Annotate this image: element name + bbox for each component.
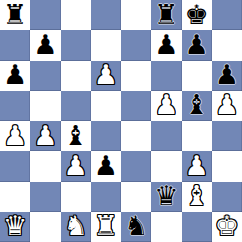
square-e2[interactable] xyxy=(121,182,151,212)
square-g3[interactable]: ♟ xyxy=(182,151,212,181)
white-pawn[interactable]: ♟ xyxy=(64,152,88,179)
square-a2[interactable] xyxy=(0,182,30,212)
black-pawn[interactable]: ♟ xyxy=(215,61,239,88)
square-e4[interactable] xyxy=(121,121,151,151)
square-e7[interactable] xyxy=(121,30,151,60)
square-d1[interactable]: ♜ xyxy=(91,212,121,242)
square-f5[interactable]: ♟ xyxy=(151,91,181,121)
white-pawn[interactable]: ♟ xyxy=(33,122,57,149)
square-h7[interactable] xyxy=(212,30,242,60)
square-b3[interactable] xyxy=(30,151,60,181)
square-e1[interactable]: ♞ xyxy=(121,212,151,242)
black-pawn[interactable]: ♟ xyxy=(33,31,57,58)
square-a8[interactable]: ♜ xyxy=(0,0,30,30)
square-d7[interactable] xyxy=(91,30,121,60)
square-g8[interactable]: ♚ xyxy=(182,0,212,30)
square-a1[interactable]: ♛ xyxy=(0,212,30,242)
square-a7[interactable] xyxy=(0,30,30,60)
square-e6[interactable] xyxy=(121,61,151,91)
black-pawn[interactable]: ♟ xyxy=(94,152,118,179)
square-h2[interactable] xyxy=(212,182,242,212)
square-a6[interactable]: ♟ xyxy=(0,61,30,91)
square-b4[interactable]: ♟ xyxy=(30,121,60,151)
chess-board: ♜♜♚♟♟♟♟♟♟♟♝♟♟♟♝♟♟♟♛♝♛♞♜♞♚ xyxy=(0,0,242,242)
black-pawn[interactable]: ♟ xyxy=(154,31,178,58)
square-e8[interactable] xyxy=(121,0,151,30)
square-a5[interactable] xyxy=(0,91,30,121)
square-b6[interactable] xyxy=(30,61,60,91)
square-a3[interactable] xyxy=(0,151,30,181)
square-d4[interactable] xyxy=(91,121,121,151)
black-knight[interactable]: ♞ xyxy=(124,212,148,239)
square-e3[interactable] xyxy=(121,151,151,181)
square-b7[interactable]: ♟ xyxy=(30,30,60,60)
square-f1[interactable] xyxy=(151,212,181,242)
square-h1[interactable]: ♚ xyxy=(212,212,242,242)
square-c1[interactable]: ♞ xyxy=(61,212,91,242)
square-f4[interactable] xyxy=(151,121,181,151)
white-pawn[interactable]: ♟ xyxy=(94,61,118,88)
square-c7[interactable] xyxy=(61,30,91,60)
square-b1[interactable] xyxy=(30,212,60,242)
square-f8[interactable]: ♜ xyxy=(151,0,181,30)
white-knight[interactable]: ♞ xyxy=(64,212,88,239)
black-pawn[interactable]: ♟ xyxy=(185,31,209,58)
square-h8[interactable] xyxy=(212,0,242,30)
white-pawn[interactable]: ♟ xyxy=(154,91,178,118)
square-h3[interactable] xyxy=(212,151,242,181)
square-g4[interactable] xyxy=(182,121,212,151)
square-e5[interactable] xyxy=(121,91,151,121)
square-d6[interactable]: ♟ xyxy=(91,61,121,91)
white-pawn[interactable]: ♟ xyxy=(3,122,27,149)
black-pawn[interactable]: ♟ xyxy=(3,61,27,88)
square-d2[interactable] xyxy=(91,182,121,212)
square-c8[interactable] xyxy=(61,0,91,30)
square-g1[interactable] xyxy=(182,212,212,242)
square-f6[interactable] xyxy=(151,61,181,91)
black-queen[interactable]: ♛ xyxy=(154,182,178,209)
white-queen[interactable]: ♛ xyxy=(3,212,27,239)
square-c2[interactable] xyxy=(61,182,91,212)
square-h4[interactable] xyxy=(212,121,242,151)
black-rook[interactable]: ♜ xyxy=(3,1,27,28)
black-bishop[interactable]: ♝ xyxy=(185,91,209,118)
square-g5[interactable]: ♝ xyxy=(182,91,212,121)
white-rook[interactable]: ♜ xyxy=(94,212,118,239)
black-rook[interactable]: ♜ xyxy=(154,1,178,28)
square-b2[interactable] xyxy=(30,182,60,212)
square-c4[interactable]: ♝ xyxy=(61,121,91,151)
black-king[interactable]: ♚ xyxy=(185,1,209,28)
square-h5[interactable]: ♟ xyxy=(212,91,242,121)
square-c6[interactable] xyxy=(61,61,91,91)
square-f7[interactable]: ♟ xyxy=(151,30,181,60)
square-d8[interactable] xyxy=(91,0,121,30)
square-g6[interactable] xyxy=(182,61,212,91)
white-bishop[interactable]: ♝ xyxy=(185,182,209,209)
square-h6[interactable]: ♟ xyxy=(212,61,242,91)
square-c5[interactable] xyxy=(61,91,91,121)
white-pawn[interactable]: ♟ xyxy=(215,91,239,118)
square-d3[interactable]: ♟ xyxy=(91,151,121,181)
square-g2[interactable]: ♝ xyxy=(182,182,212,212)
black-bishop[interactable]: ♝ xyxy=(64,122,88,149)
square-d5[interactable] xyxy=(91,91,121,121)
square-c3[interactable]: ♟ xyxy=(61,151,91,181)
white-king[interactable]: ♚ xyxy=(215,212,239,239)
square-f3[interactable] xyxy=(151,151,181,181)
white-pawn[interactable]: ♟ xyxy=(185,152,209,179)
square-a4[interactable]: ♟ xyxy=(0,121,30,151)
square-g7[interactable]: ♟ xyxy=(182,30,212,60)
square-b8[interactable] xyxy=(30,0,60,30)
square-b5[interactable] xyxy=(30,91,60,121)
square-f2[interactable]: ♛ xyxy=(151,182,181,212)
